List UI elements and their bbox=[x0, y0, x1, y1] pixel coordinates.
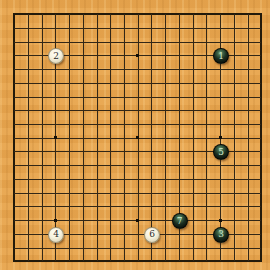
go-board[interactable]: 1234567 bbox=[0, 0, 270, 270]
go-diagram: 1234567 bbox=[0, 0, 270, 270]
stone-black-1: 1 bbox=[213, 48, 229, 64]
star-point bbox=[136, 136, 139, 139]
stone-white-6: 6 bbox=[144, 227, 160, 243]
star-point bbox=[54, 136, 57, 139]
move-number: 2 bbox=[53, 51, 59, 60]
move-number: 4 bbox=[53, 230, 59, 239]
grid-line-vertical bbox=[193, 14, 194, 261]
grid-line-horizontal bbox=[14, 206, 261, 207]
stone-black-7: 7 bbox=[172, 213, 188, 229]
move-number: 5 bbox=[218, 147, 224, 156]
stone-white-4: 4 bbox=[48, 227, 64, 243]
grid-line-horizontal bbox=[14, 248, 261, 249]
grid-line-vertical bbox=[165, 14, 166, 261]
star-point bbox=[219, 219, 222, 222]
star-point bbox=[54, 219, 57, 222]
grid-line-horizontal bbox=[14, 179, 261, 180]
grid-line-vertical bbox=[234, 14, 235, 261]
stone-black-5: 5 bbox=[213, 144, 229, 160]
move-number: 1 bbox=[218, 51, 224, 60]
grid-line-horizontal bbox=[14, 193, 261, 194]
move-number: 6 bbox=[149, 230, 155, 239]
star-point bbox=[219, 136, 222, 139]
stone-black-3: 3 bbox=[213, 227, 229, 243]
grid-line-vertical bbox=[151, 14, 152, 261]
grid-line-horizontal bbox=[14, 165, 261, 166]
move-number: 7 bbox=[177, 216, 183, 225]
star-point bbox=[136, 219, 139, 222]
star-point bbox=[136, 54, 139, 57]
stone-white-2: 2 bbox=[48, 48, 64, 64]
grid-line-vertical bbox=[248, 14, 249, 261]
grid-line-vertical bbox=[206, 14, 207, 261]
move-number: 3 bbox=[218, 230, 224, 239]
